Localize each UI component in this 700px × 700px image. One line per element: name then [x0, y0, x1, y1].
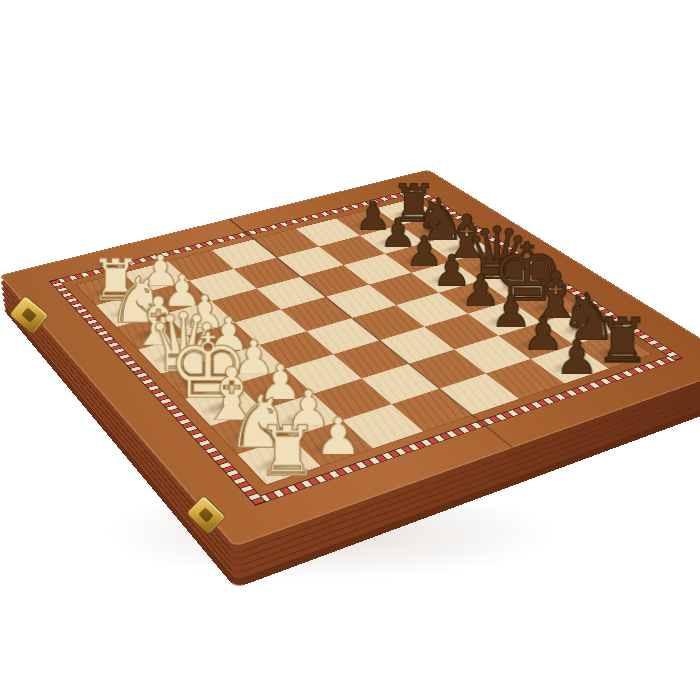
piece-glyph: ♟	[555, 333, 598, 381]
piece-glyph: ♟	[314, 410, 361, 463]
product-photo-scene: ♜♞♝♛♚♝♞♜♟♟♟♟♟♟♟♟♟♟♟♟♟♟♟♟♜♞♝♛♚♝♞♜	[0, 0, 700, 700]
piece-glyph: ♜	[256, 417, 318, 486]
piece-black-pawn-h7[interactable]: ♟	[531, 345, 609, 384]
piece-glyph: ♜	[594, 310, 649, 372]
